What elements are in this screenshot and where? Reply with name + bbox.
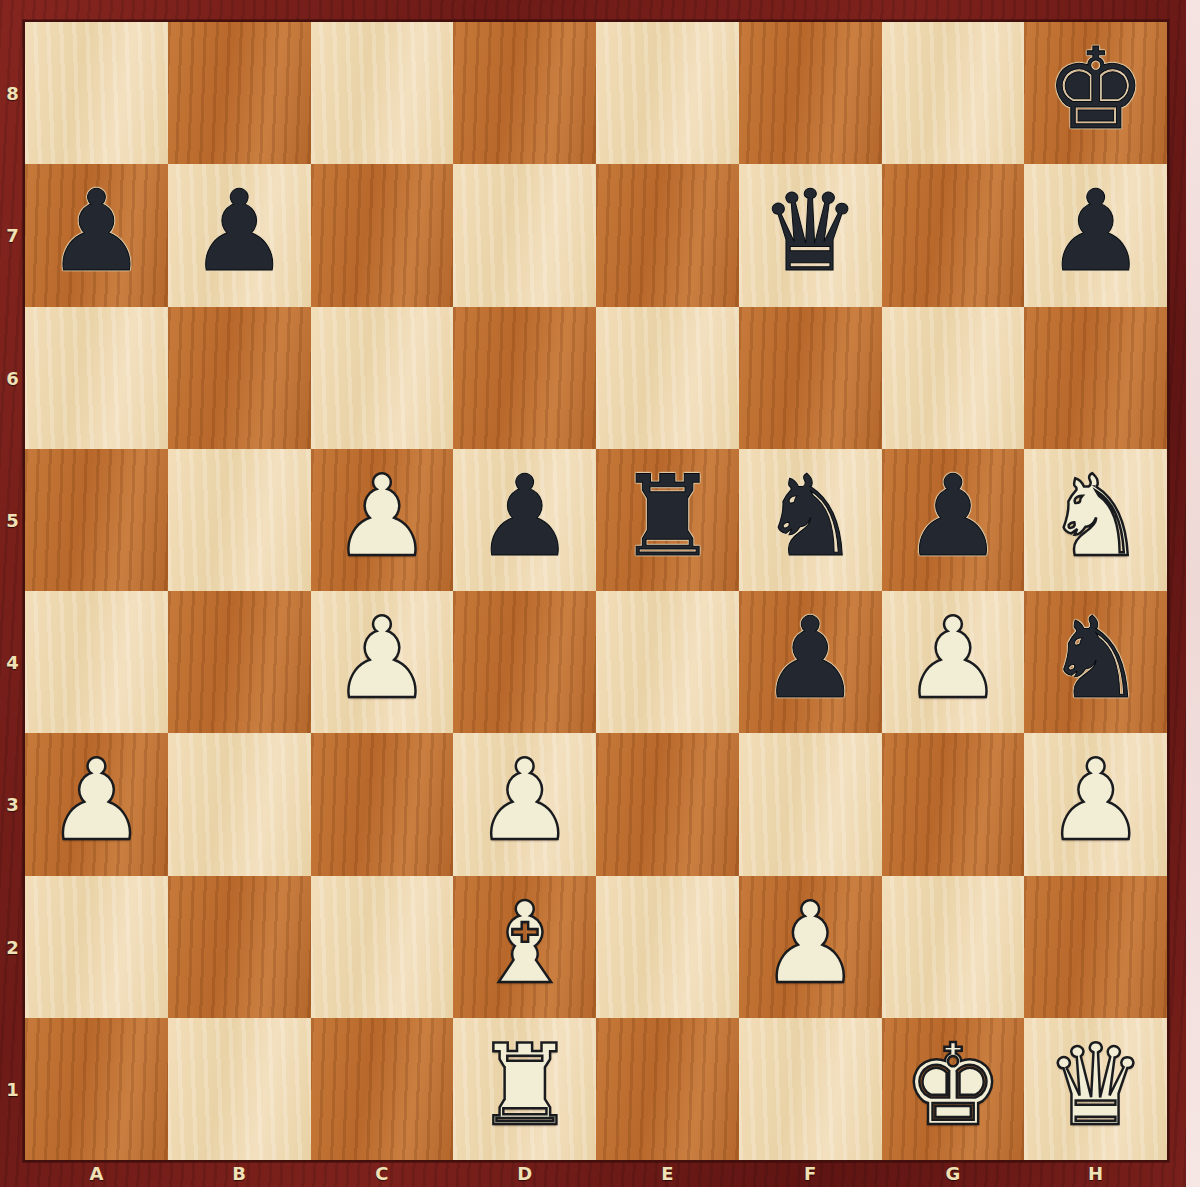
square-a3[interactable]: ♟ xyxy=(25,733,168,875)
rank-label-3: 3 xyxy=(0,794,25,815)
piece-black-king[interactable]: ♚ xyxy=(1045,33,1145,145)
square-e1[interactable] xyxy=(596,1018,739,1160)
square-f2[interactable]: ♟ xyxy=(739,876,882,1018)
piece-white-pawn[interactable]: ♟ xyxy=(760,887,860,999)
square-c1[interactable] xyxy=(311,1018,454,1160)
square-e4[interactable] xyxy=(596,591,739,733)
square-f3[interactable] xyxy=(739,733,882,875)
square-e8[interactable] xyxy=(596,22,739,164)
square-g6[interactable] xyxy=(882,307,1025,449)
square-h7[interactable]: ♟ xyxy=(1024,164,1167,306)
file-label-f: F xyxy=(804,1163,816,1184)
piece-white-knight[interactable]: ♞ xyxy=(1045,460,1145,572)
square-h3[interactable]: ♟ xyxy=(1024,733,1167,875)
square-g7[interactable] xyxy=(882,164,1025,306)
square-h6[interactable] xyxy=(1024,307,1167,449)
square-g2[interactable] xyxy=(882,876,1025,1018)
square-b4[interactable] xyxy=(168,591,311,733)
square-a1[interactable] xyxy=(25,1018,168,1160)
file-label-d: D xyxy=(517,1163,532,1184)
square-c4[interactable]: ♟ xyxy=(311,591,454,733)
square-d4[interactable] xyxy=(453,591,596,733)
square-c3[interactable] xyxy=(311,733,454,875)
chess-board-app: ♚♟♟♛♟♟♟♜♞♟♞♟♟♟♞♟♟♟♝♟♜♚♛ 87654321ABCDEFGH xyxy=(0,0,1200,1187)
rank-label-8: 8 xyxy=(0,83,25,104)
file-label-b: B xyxy=(232,1163,246,1184)
piece-black-queen[interactable]: ♛ xyxy=(760,175,860,287)
square-f1[interactable] xyxy=(739,1018,882,1160)
square-b3[interactable] xyxy=(168,733,311,875)
piece-black-pawn[interactable]: ♟ xyxy=(474,460,574,572)
piece-white-pawn[interactable]: ♟ xyxy=(332,460,432,572)
square-a5[interactable] xyxy=(25,449,168,591)
board-edge-strip xyxy=(1186,0,1200,1187)
rank-label-6: 6 xyxy=(0,367,25,388)
square-h4[interactable]: ♞ xyxy=(1024,591,1167,733)
square-d6[interactable] xyxy=(453,307,596,449)
piece-white-rook[interactable]: ♜ xyxy=(474,1029,574,1141)
square-f6[interactable] xyxy=(739,307,882,449)
square-d5[interactable]: ♟ xyxy=(453,449,596,591)
square-e2[interactable] xyxy=(596,876,739,1018)
piece-black-pawn[interactable]: ♟ xyxy=(46,175,146,287)
piece-black-pawn[interactable]: ♟ xyxy=(903,460,1003,572)
piece-white-pawn[interactable]: ♟ xyxy=(474,744,574,856)
square-d7[interactable] xyxy=(453,164,596,306)
square-h1[interactable]: ♛ xyxy=(1024,1018,1167,1160)
square-h2[interactable] xyxy=(1024,876,1167,1018)
rank-label-7: 7 xyxy=(0,225,25,246)
square-a7[interactable]: ♟ xyxy=(25,164,168,306)
piece-white-bishop[interactable]: ♝ xyxy=(474,887,574,999)
piece-black-knight[interactable]: ♞ xyxy=(760,460,860,572)
rank-label-5: 5 xyxy=(0,509,25,530)
square-g5[interactable]: ♟ xyxy=(882,449,1025,591)
square-b2[interactable] xyxy=(168,876,311,1018)
square-c6[interactable] xyxy=(311,307,454,449)
rank-label-4: 4 xyxy=(0,652,25,673)
square-a6[interactable] xyxy=(25,307,168,449)
square-a2[interactable] xyxy=(25,876,168,1018)
square-b7[interactable]: ♟ xyxy=(168,164,311,306)
chess-board: ♚♟♟♛♟♟♟♜♞♟♞♟♟♟♞♟♟♟♝♟♜♚♛ xyxy=(25,22,1167,1160)
file-label-h: H xyxy=(1088,1163,1103,1184)
square-f4[interactable]: ♟ xyxy=(739,591,882,733)
square-b8[interactable] xyxy=(168,22,311,164)
square-a8[interactable] xyxy=(25,22,168,164)
piece-white-pawn[interactable]: ♟ xyxy=(332,602,432,714)
square-a4[interactable] xyxy=(25,591,168,733)
square-b5[interactable] xyxy=(168,449,311,591)
square-c2[interactable] xyxy=(311,876,454,1018)
square-e5[interactable]: ♜ xyxy=(596,449,739,591)
square-g3[interactable] xyxy=(882,733,1025,875)
square-e3[interactable] xyxy=(596,733,739,875)
piece-white-queen[interactable]: ♛ xyxy=(1045,1029,1145,1141)
square-f5[interactable]: ♞ xyxy=(739,449,882,591)
piece-white-pawn[interactable]: ♟ xyxy=(1045,744,1145,856)
file-label-a: A xyxy=(89,1163,103,1184)
square-c8[interactable] xyxy=(311,22,454,164)
square-g4[interactable]: ♟ xyxy=(882,591,1025,733)
piece-white-king[interactable]: ♚ xyxy=(903,1029,1003,1141)
square-h8[interactable]: ♚ xyxy=(1024,22,1167,164)
piece-white-pawn[interactable]: ♟ xyxy=(903,602,1003,714)
square-d8[interactable] xyxy=(453,22,596,164)
square-g8[interactable] xyxy=(882,22,1025,164)
square-c5[interactable]: ♟ xyxy=(311,449,454,591)
square-e7[interactable] xyxy=(596,164,739,306)
square-d1[interactable]: ♜ xyxy=(453,1018,596,1160)
piece-black-pawn[interactable]: ♟ xyxy=(1045,175,1145,287)
square-g1[interactable]: ♚ xyxy=(882,1018,1025,1160)
square-f7[interactable]: ♛ xyxy=(739,164,882,306)
file-label-g: G xyxy=(945,1163,960,1184)
square-d3[interactable]: ♟ xyxy=(453,733,596,875)
square-b6[interactable] xyxy=(168,307,311,449)
file-label-c: C xyxy=(375,1163,388,1184)
square-c7[interactable] xyxy=(311,164,454,306)
square-d2[interactable]: ♝ xyxy=(453,876,596,1018)
rank-label-2: 2 xyxy=(0,936,25,957)
piece-black-pawn[interactable]: ♟ xyxy=(760,602,860,714)
square-h5[interactable]: ♞ xyxy=(1024,449,1167,591)
piece-black-knight[interactable]: ♞ xyxy=(1045,602,1145,714)
square-e6[interactable] xyxy=(596,307,739,449)
file-label-e: E xyxy=(661,1163,673,1184)
square-b1[interactable] xyxy=(168,1018,311,1160)
piece-black-rook[interactable]: ♜ xyxy=(617,460,717,572)
square-f8[interactable] xyxy=(739,22,882,164)
piece-black-pawn[interactable]: ♟ xyxy=(189,175,289,287)
rank-label-1: 1 xyxy=(0,1078,25,1099)
piece-white-pawn[interactable]: ♟ xyxy=(46,744,146,856)
